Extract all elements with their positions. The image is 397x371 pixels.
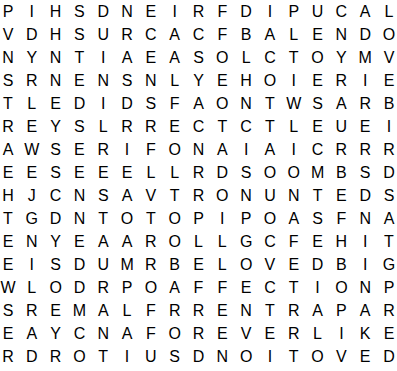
letter-cell-r15c16[interactable]: K (358, 323, 372, 344)
grid-row-12: EISDUMRBELOVEDBIG (1, 254, 396, 275)
letter-cell-r3c16[interactable]: M (358, 47, 372, 68)
letter-cell-r6c6[interactable]: R (120, 116, 134, 137)
letter-cell-r8c3[interactable]: S (49, 162, 63, 183)
letter-cell-r1c2[interactable]: I (25, 1, 39, 22)
letter-cell-r8c15[interactable]: B (334, 162, 348, 183)
letter-cell-r1c12[interactable]: I (263, 1, 277, 22)
letter-cell-r2c1[interactable]: V (1, 24, 15, 45)
letter-cell-r8c5[interactable]: E (96, 162, 110, 183)
letter-cell-r16c1[interactable]: R (1, 346, 15, 367)
letter-cell-r1c5[interactable]: D (96, 1, 110, 22)
letter-cell-r2c12[interactable]: A (263, 24, 277, 45)
letter-cell-r9c4[interactable]: N (72, 185, 86, 206)
letter-cell-r14c12[interactable]: T (263, 300, 277, 321)
letter-cell-r4c17[interactable]: E (382, 70, 396, 91)
letter-cell-r4c5[interactable]: N (96, 70, 110, 91)
letter-cell-r15c15[interactable]: I (334, 323, 348, 344)
letter-cell-r15c14[interactable]: L (311, 323, 325, 344)
letter-cell-r7c15[interactable]: R (334, 139, 348, 160)
letter-cell-r15c9[interactable]: R (192, 323, 206, 344)
letter-cell-r11c7[interactable]: R (144, 231, 158, 252)
letter-cell-r8c6[interactable]: E (120, 162, 134, 183)
letter-cell-r6c2[interactable]: E (25, 116, 39, 137)
letter-cell-r15c1[interactable]: E (1, 323, 15, 344)
grid-row-7: AWSERIFONAIAICRRR (1, 139, 396, 160)
letter-cell-r11c6[interactable]: A (120, 231, 134, 252)
letter-cell-r6c12[interactable]: T (263, 116, 277, 137)
letter-cell-r3c10[interactable]: O (215, 47, 229, 68)
letter-cell-r5c10[interactable]: O (215, 93, 229, 114)
grid-row-13: WLODRPOAFFECTIONP (1, 277, 396, 298)
letter-cell-r14c15[interactable]: P (334, 300, 348, 321)
letter-cell-r16c3[interactable]: R (49, 346, 63, 367)
letter-cell-r13c11[interactable]: E (239, 277, 253, 298)
letter-cell-r13c4[interactable]: D (72, 277, 86, 298)
letter-cell-r4c11[interactable]: H (239, 70, 253, 91)
letter-cell-r4c3[interactable]: N (49, 70, 63, 91)
letter-cell-r15c11[interactable]: V (239, 323, 253, 344)
letter-cell-r2c16[interactable]: D (358, 24, 372, 45)
letter-cell-r4c13[interactable]: I (287, 70, 301, 91)
letter-cell-r10c17[interactable]: A (382, 208, 396, 229)
letter-cell-r14c1[interactable]: S (1, 300, 15, 321)
letter-cell-r14c8[interactable]: R (168, 300, 182, 321)
word-search-grid: PIHSDNEIRFDIPUCALVDHSURCACFBALENDONYNTIA… (0, 0, 397, 371)
letter-cell-r9c6[interactable]: A (120, 185, 134, 206)
grid-row-2: VDHSURCACFBALENDO (1, 24, 396, 45)
letter-cell-r11c3[interactable]: Y (49, 231, 63, 252)
letter-cell-r6c17[interactable]: I (382, 116, 396, 137)
letter-cell-r1c7[interactable]: E (144, 1, 158, 22)
letter-cell-r4c15[interactable]: R (334, 70, 348, 91)
letter-cell-r3c13[interactable]: T (287, 47, 301, 68)
letter-cell-r8c12[interactable]: O (263, 162, 277, 183)
letter-cell-r7c6[interactable]: I (120, 139, 134, 160)
letter-cell-r12c17[interactable]: G (382, 254, 396, 275)
letter-cell-r2c10[interactable]: F (215, 24, 229, 45)
letter-cell-r15c2[interactable]: A (25, 323, 39, 344)
letter-cell-r16c16[interactable]: E (358, 346, 372, 367)
letter-cell-r6c9[interactable]: C (192, 116, 206, 137)
letter-cell-r4c6[interactable]: S (120, 70, 134, 91)
letter-cell-r10c3[interactable]: D (49, 208, 63, 229)
letter-cell-r9c12[interactable]: U (263, 185, 277, 206)
letter-cell-r12c8[interactable]: B (168, 254, 182, 275)
letter-cell-r8c16[interactable]: S (358, 162, 372, 183)
letter-cell-r12c15[interactable]: B (334, 254, 348, 275)
letter-cell-r2c8[interactable]: A (168, 24, 182, 45)
grid-row-15: EAYCNAFOREVERLIKE (1, 323, 396, 344)
letter-cell-r16c4[interactable]: O (72, 346, 86, 367)
letter-cell-r14c14[interactable]: A (311, 300, 325, 321)
letter-cell-r7c3[interactable]: S (49, 139, 63, 160)
letter-cell-r6c7[interactable]: R (144, 116, 158, 137)
letter-cell-r13c12[interactable]: C (263, 277, 277, 298)
letter-cell-r11c9[interactable]: L (192, 231, 206, 252)
letter-cell-r8c14[interactable]: M (311, 162, 325, 183)
letter-cell-r16c2[interactable]: D (25, 346, 39, 367)
letter-cell-r2c7[interactable]: C (144, 24, 158, 45)
letter-cell-r9c15[interactable]: E (334, 185, 348, 206)
letter-cell-r6c10[interactable]: T (215, 116, 229, 137)
letter-cell-r10c7[interactable]: T (144, 208, 158, 229)
letter-cell-r1c11[interactable]: D (239, 1, 253, 22)
letter-cell-r2c9[interactable]: C (192, 24, 206, 45)
letter-cell-r11c17[interactable]: T (382, 231, 396, 252)
letter-cell-r3c6[interactable]: A (120, 47, 134, 68)
letter-cell-r1c14[interactable]: U (311, 1, 325, 22)
letter-cell-r13c17[interactable]: P (382, 277, 396, 298)
letter-cell-r12c11[interactable]: O (239, 254, 253, 275)
letter-cell-r11c1[interactable]: E (1, 231, 15, 252)
letter-cell-r8c11[interactable]: S (239, 162, 253, 183)
letter-cell-r13c15[interactable]: O (334, 277, 348, 298)
letter-cell-r7c10[interactable]: A (215, 139, 229, 160)
letter-cell-r5c15[interactable]: A (334, 93, 348, 114)
letter-cell-r14c3[interactable]: E (49, 300, 63, 321)
letter-cell-r16c12[interactable]: I (263, 346, 277, 367)
letter-cell-r16c13[interactable]: T (287, 346, 301, 367)
letter-cell-r6c14[interactable]: E (311, 116, 325, 137)
letter-cell-r15c8[interactable]: O (168, 323, 182, 344)
letter-cell-r9c2[interactable]: J (25, 185, 39, 206)
letter-cell-r1c1[interactable]: P (1, 1, 15, 22)
letter-cell-r5c16[interactable]: R (358, 93, 372, 114)
letter-cell-r7c4[interactable]: E (72, 139, 86, 160)
letter-cell-r9c9[interactable]: R (192, 185, 206, 206)
letter-cell-r9c1[interactable]: H (1, 185, 15, 206)
letter-cell-r8c10[interactable]: D (215, 162, 229, 183)
letter-cell-r7c12[interactable]: A (263, 139, 277, 160)
letter-cell-r5c1[interactable]: T (1, 93, 15, 114)
letter-cell-r6c1[interactable]: R (1, 116, 15, 137)
letter-cell-r8c9[interactable]: R (192, 162, 206, 183)
letter-cell-r15c4[interactable]: C (72, 323, 86, 344)
letter-cell-r9c3[interactable]: C (49, 185, 63, 206)
letter-cell-r5c4[interactable]: D (72, 93, 86, 114)
letter-cell-r7c7[interactable]: F (144, 139, 158, 160)
letter-cell-r11c16[interactable]: I (358, 231, 372, 252)
letter-cell-r10c12[interactable]: O (263, 208, 277, 229)
letter-cell-r1c10[interactable]: F (215, 1, 229, 22)
letter-cell-r4c1[interactable]: S (1, 70, 15, 91)
letter-cell-r7c2[interactable]: W (25, 139, 39, 160)
letter-cell-r1c13[interactable]: P (287, 1, 301, 22)
letter-cell-r14c4[interactable]: M (72, 300, 86, 321)
letter-cell-r8c13[interactable]: O (287, 162, 301, 183)
letter-cell-r14c13[interactable]: R (287, 300, 301, 321)
grid-row-1: PIHSDNEIRFDIPUCAL (1, 1, 396, 22)
letter-cell-r12c1[interactable]: E (1, 254, 15, 275)
grid-row-6: REYSLRRECTCTLEUEI (1, 116, 396, 137)
letter-cell-r10c11[interactable]: P (239, 208, 253, 229)
letter-cell-r1c3[interactable]: H (49, 1, 63, 22)
grid-row-5: TLEDIDSFAONTWSARB (1, 93, 396, 114)
letter-cell-r4c12[interactable]: O (263, 70, 277, 91)
letter-cell-r5c12[interactable]: T (263, 93, 277, 114)
letter-cell-r13c2[interactable]: L (25, 277, 39, 298)
letter-cell-r15c5[interactable]: N (96, 323, 110, 344)
letter-cell-r6c16[interactable]: E (358, 116, 372, 137)
letter-cell-r13c8[interactable]: A (168, 277, 182, 298)
letter-cell-r2c4[interactable]: S (72, 24, 86, 45)
letter-cell-r3c1[interactable]: N (1, 47, 15, 68)
letter-cell-r12c9[interactable]: E (192, 254, 206, 275)
grid-row-4: SRNENSNLYEHOIERIE (1, 70, 396, 91)
letter-cell-r8c1[interactable]: E (1, 162, 15, 183)
letter-cell-r14c11[interactable]: N (239, 300, 253, 321)
letter-cell-r16c10[interactable]: N (215, 346, 229, 367)
grid-row-9: HJCNSAVTRONUNTEDS (1, 185, 396, 206)
letter-cell-r3c11[interactable]: L (239, 47, 253, 68)
letter-cell-r15c3[interactable]: Y (49, 323, 63, 344)
letter-cell-r5c9[interactable]: A (192, 93, 206, 114)
letter-cell-r6c15[interactable]: U (334, 116, 348, 137)
letter-cell-r6c8[interactable]: E (168, 116, 182, 137)
letter-cell-r4c9[interactable]: Y (192, 70, 206, 91)
letter-cell-r12c10[interactable]: L (215, 254, 229, 275)
letter-cell-r4c16[interactable]: I (358, 70, 372, 91)
letter-cell-r10c5[interactable]: T (96, 208, 110, 229)
letter-cell-r1c6[interactable]: N (120, 1, 134, 22)
letter-cell-r6c4[interactable]: S (72, 116, 86, 137)
letter-cell-r7c8[interactable]: O (168, 139, 182, 160)
letter-cell-r10c8[interactable]: O (168, 208, 182, 229)
letter-cell-r14c7[interactable]: F (144, 300, 158, 321)
letter-cell-r9c14[interactable]: T (311, 185, 325, 206)
letter-cell-r16c5[interactable]: T (96, 346, 110, 367)
letter-cell-r10c16[interactable]: N (358, 208, 372, 229)
letter-cell-r16c8[interactable]: S (168, 346, 182, 367)
letter-cell-r9c7[interactable]: V (144, 185, 158, 206)
letter-cell-r2c17[interactable]: O (382, 24, 396, 45)
letter-cell-r13c5[interactable]: R (96, 277, 110, 298)
letter-cell-r2c3[interactable]: H (49, 24, 63, 45)
letter-cell-r12c12[interactable]: V (263, 254, 277, 275)
letter-cell-r14c6[interactable]: L (120, 300, 134, 321)
letter-cell-r12c4[interactable]: D (72, 254, 86, 275)
letter-cell-r13c14[interactable]: I (311, 277, 325, 298)
letter-cell-r7c13[interactable]: I (287, 139, 301, 160)
letter-cell-r16c9[interactable]: D (192, 346, 206, 367)
letter-cell-r6c5[interactable]: L (96, 116, 110, 137)
letter-cell-r13c7[interactable]: O (144, 277, 158, 298)
letter-cell-r14c16[interactable]: A (358, 300, 372, 321)
letter-cell-r7c5[interactable]: R (96, 139, 110, 160)
letter-cell-r11c2[interactable]: N (25, 231, 39, 252)
letter-cell-r2c6[interactable]: R (120, 24, 134, 45)
letter-cell-r11c14[interactable]: E (311, 231, 325, 252)
letter-cell-r8c7[interactable]: L (144, 162, 158, 183)
letter-cell-r8c2[interactable]: E (25, 162, 39, 183)
letter-cell-r15c13[interactable]: R (287, 323, 301, 344)
letter-cell-r3c4[interactable]: T (72, 47, 86, 68)
letter-cell-r3c5[interactable]: I (96, 47, 110, 68)
letter-cell-r10c6[interactable]: O (120, 208, 134, 229)
letter-cell-r11c12[interactable]: C (263, 231, 277, 252)
letter-cell-r11c8[interactable]: O (168, 231, 182, 252)
letter-cell-r3c2[interactable]: Y (25, 47, 39, 68)
letter-cell-r6c11[interactable]: C (239, 116, 253, 137)
letter-cell-r13c16[interactable]: N (358, 277, 372, 298)
letter-cell-r16c17[interactable]: D (382, 346, 396, 367)
letter-cell-r2c14[interactable]: E (311, 24, 325, 45)
letter-cell-r13c10[interactable]: F (215, 277, 229, 298)
letter-cell-r5c13[interactable]: W (287, 93, 301, 114)
letter-cell-r14c2[interactable]: R (25, 300, 39, 321)
letter-cell-r3c8[interactable]: A (168, 47, 182, 68)
letter-cell-r8c17[interactable]: D (382, 162, 396, 183)
letter-cell-r14c5[interactable]: A (96, 300, 110, 321)
letter-cell-r10c10[interactable]: I (215, 208, 229, 229)
letter-cell-r12c2[interactable]: I (25, 254, 39, 275)
grid-row-10: TGDNTOTOPIPOASFNA (1, 208, 396, 229)
letter-cell-r16c6[interactable]: I (120, 346, 134, 367)
letter-cell-r8c8[interactable]: L (168, 162, 182, 183)
letter-cell-r3c9[interactable]: S (192, 47, 206, 68)
letter-cell-r4c7[interactable]: N (144, 70, 158, 91)
letter-cell-r11c11[interactable]: G (239, 231, 253, 252)
letter-cell-r10c4[interactable]: N (72, 208, 86, 229)
letter-cell-r1c9[interactable]: R (192, 1, 206, 22)
letter-cell-r15c17[interactable]: E (382, 323, 396, 344)
letter-cell-r4c8[interactable]: L (168, 70, 182, 91)
letter-cell-r10c9[interactable]: P (192, 208, 206, 229)
letter-cell-r16c7[interactable]: U (144, 346, 158, 367)
letter-cell-r10c15[interactable]: F (334, 208, 348, 229)
letter-cell-r5c8[interactable]: F (168, 93, 182, 114)
letter-cell-r5c3[interactable]: E (49, 93, 63, 114)
letter-cell-r13c6[interactable]: P (120, 277, 134, 298)
letter-cell-r15c6[interactable]: A (120, 323, 134, 344)
letter-cell-r7c17[interactable]: R (382, 139, 396, 160)
letter-cell-r1c4[interactable]: S (72, 1, 86, 22)
letter-cell-r9c16[interactable]: D (358, 185, 372, 206)
grid-row-16: RDROTIUSDNOITOVED (1, 346, 396, 367)
letter-cell-r10c13[interactable]: A (287, 208, 301, 229)
letter-cell-r12c7[interactable]: R (144, 254, 158, 275)
letter-cell-r5c2[interactable]: L (25, 93, 39, 114)
letter-cell-r16c14[interactable]: O (311, 346, 325, 367)
letter-cell-r5c11[interactable]: N (239, 93, 253, 114)
letter-cell-r11c10[interactable]: L (215, 231, 229, 252)
letter-cell-r1c8[interactable]: I (168, 1, 182, 22)
letter-cell-r6c3[interactable]: Y (49, 116, 63, 137)
letter-cell-r10c2[interactable]: G (25, 208, 39, 229)
letter-cell-r3c7[interactable]: E (144, 47, 158, 68)
grid-row-3: NYNTIAEASOLCTOYMV (1, 47, 396, 68)
letter-cell-r14c9[interactable]: R (192, 300, 206, 321)
letter-cell-r11c5[interactable]: A (96, 231, 110, 252)
letter-cell-r15c12[interactable]: E (263, 323, 277, 344)
letter-cell-r3c3[interactable]: N (49, 47, 63, 68)
letter-cell-r9c8[interactable]: T (168, 185, 182, 206)
letter-cell-r2c11[interactable]: B (239, 24, 253, 45)
letter-cell-r10c14[interactable]: S (311, 208, 325, 229)
grid-row-11: ENYEAAROLLGCFEHIT (1, 231, 396, 252)
letter-cell-r16c11[interactable]: O (239, 346, 253, 367)
letter-cell-r4c2[interactable]: R (25, 70, 39, 91)
letter-cell-r12c3[interactable]: S (49, 254, 63, 275)
letter-cell-r12c5[interactable]: U (96, 254, 110, 275)
letter-cell-r14c17[interactable]: R (382, 300, 396, 321)
letter-cell-r2c13[interactable]: L (287, 24, 301, 45)
letter-cell-r1c17[interactable]: L (382, 1, 396, 22)
letter-cell-r14c10[interactable]: E (215, 300, 229, 321)
letter-cell-r15c7[interactable]: F (144, 323, 158, 344)
letter-cell-r12c16[interactable]: I (358, 254, 372, 275)
letter-cell-r9c13[interactable]: N (287, 185, 301, 206)
letter-cell-r11c15[interactable]: H (334, 231, 348, 252)
letter-cell-r2c5[interactable]: U (96, 24, 110, 45)
letter-cell-r12c6[interactable]: M (120, 254, 134, 275)
grid-row-8: EESEEELLRDSOOMBSD (1, 162, 396, 183)
letter-cell-r3c14[interactable]: O (311, 47, 325, 68)
letter-cell-r2c2[interactable]: D (25, 24, 39, 45)
letter-cell-r8c4[interactable]: E (72, 162, 86, 183)
letter-cell-r1c15[interactable]: C (334, 1, 348, 22)
letter-cell-r9c17[interactable]: S (382, 185, 396, 206)
letter-cell-r6c13[interactable]: L (287, 116, 301, 137)
letter-cell-r15c10[interactable]: E (215, 323, 229, 344)
letter-cell-r4c10[interactable]: E (215, 70, 229, 91)
letter-cell-r4c4[interactable]: E (72, 70, 86, 91)
letter-cell-r13c13[interactable]: T (287, 277, 301, 298)
letter-cell-r10c1[interactable]: T (1, 208, 15, 229)
grid-row-14: SREMALFRRENTRAPAR (1, 300, 396, 321)
letter-cell-r9c11[interactable]: N (239, 185, 253, 206)
letter-cell-r7c16[interactable]: R (358, 139, 372, 160)
letter-cell-r13c3[interactable]: O (49, 277, 63, 298)
letter-cell-r13c1[interactable]: W (1, 277, 15, 298)
letter-cell-r3c17[interactable]: V (382, 47, 396, 68)
letter-cell-r13c9[interactable]: F (192, 277, 206, 298)
letter-cell-r1c16[interactable]: A (358, 1, 372, 22)
letter-cell-r4c14[interactable]: E (311, 70, 325, 91)
letter-cell-r3c12[interactable]: C (263, 47, 277, 68)
letter-cell-r12c14[interactable]: D (311, 254, 325, 275)
letter-cell-r5c5[interactable]: I (96, 93, 110, 114)
letter-cell-r7c1[interactable]: A (1, 139, 15, 160)
letter-cell-r11c13[interactable]: F (287, 231, 301, 252)
letter-cell-r5c7[interactable]: S (144, 93, 158, 114)
letter-cell-r7c14[interactable]: C (311, 139, 325, 160)
letter-cell-r7c9[interactable]: N (192, 139, 206, 160)
letter-cell-r2c15[interactable]: N (334, 24, 348, 45)
letter-cell-r16c15[interactable]: V (334, 346, 348, 367)
letter-cell-r9c10[interactable]: O (215, 185, 229, 206)
letter-cell-r5c6[interactable]: D (120, 93, 134, 114)
letter-cell-r5c14[interactable]: S (311, 93, 325, 114)
letter-cell-r12c13[interactable]: E (287, 254, 301, 275)
letter-cell-r5c17[interactable]: B (382, 93, 396, 114)
letter-cell-r7c11[interactable]: I (239, 139, 253, 160)
letter-cell-r9c5[interactable]: S (96, 185, 110, 206)
letter-cell-r11c4[interactable]: E (72, 231, 86, 252)
letter-cell-r3c15[interactable]: Y (334, 47, 348, 68)
